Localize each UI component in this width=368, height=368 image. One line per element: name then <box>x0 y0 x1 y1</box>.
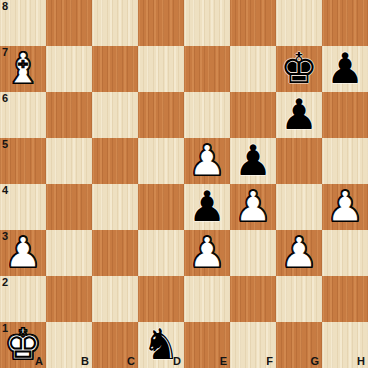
square-g8[interactable] <box>276 0 322 46</box>
square-h1[interactable]: H <box>322 322 368 368</box>
square-e2[interactable] <box>184 276 230 322</box>
square-a2[interactable]: 2 <box>0 276 46 322</box>
square-c8[interactable] <box>92 0 138 46</box>
black-pawn[interactable]: ♟ <box>188 184 226 230</box>
square-g2[interactable] <box>276 276 322 322</box>
white-pawn[interactable]: ♟ <box>234 184 272 230</box>
square-g3[interactable]: ♟ <box>276 230 322 276</box>
square-e6[interactable] <box>184 92 230 138</box>
black-pawn[interactable]: ♟ <box>326 46 364 92</box>
square-d3[interactable] <box>138 230 184 276</box>
file-label-f: F <box>266 355 273 368</box>
square-c5[interactable] <box>92 138 138 184</box>
rank-label-2: 2 <box>2 276 8 289</box>
square-h5[interactable] <box>322 138 368 184</box>
square-d5[interactable] <box>138 138 184 184</box>
square-e5[interactable]: ♟ <box>184 138 230 184</box>
square-b2[interactable] <box>46 276 92 322</box>
square-f7[interactable] <box>230 46 276 92</box>
white-pawn[interactable]: ♟ <box>280 230 318 276</box>
square-a6[interactable]: 6 <box>0 92 46 138</box>
square-g7[interactable]: ♚ <box>276 46 322 92</box>
rank-label-6: 6 <box>2 92 8 105</box>
square-f3[interactable] <box>230 230 276 276</box>
square-a7[interactable]: 7♝ <box>0 46 46 92</box>
file-label-e: E <box>220 355 227 368</box>
square-d8[interactable] <box>138 0 184 46</box>
square-b8[interactable] <box>46 0 92 46</box>
square-f8[interactable] <box>230 0 276 46</box>
square-h8[interactable] <box>322 0 368 46</box>
file-label-b: B <box>81 355 89 368</box>
square-e1[interactable]: E <box>184 322 230 368</box>
square-d2[interactable] <box>138 276 184 322</box>
square-c7[interactable] <box>92 46 138 92</box>
chess-board: 87♝♚♟6♟5♟♟4♟♟♟3♟♟♟21A♚BCD♞EFGH <box>0 0 368 368</box>
square-g6[interactable]: ♟ <box>276 92 322 138</box>
white-pawn[interactable]: ♟ <box>4 230 42 276</box>
square-f2[interactable] <box>230 276 276 322</box>
black-knight[interactable]: ♞ <box>142 322 180 368</box>
white-pawn[interactable]: ♟ <box>188 138 226 184</box>
square-e8[interactable] <box>184 0 230 46</box>
white-pawn[interactable]: ♟ <box>326 184 364 230</box>
rank-label-4: 4 <box>2 184 8 197</box>
square-d1[interactable]: D♞ <box>138 322 184 368</box>
square-h7[interactable]: ♟ <box>322 46 368 92</box>
square-b7[interactable] <box>46 46 92 92</box>
white-pawn[interactable]: ♟ <box>188 230 226 276</box>
file-label-g: G <box>310 355 319 368</box>
square-c3[interactable] <box>92 230 138 276</box>
square-a4[interactable]: 4 <box>0 184 46 230</box>
square-a8[interactable]: 8 <box>0 0 46 46</box>
square-d4[interactable] <box>138 184 184 230</box>
rank-label-8: 8 <box>2 0 8 13</box>
square-b1[interactable]: B <box>46 322 92 368</box>
square-h4[interactable]: ♟ <box>322 184 368 230</box>
square-g1[interactable]: G <box>276 322 322 368</box>
square-f6[interactable] <box>230 92 276 138</box>
square-b6[interactable] <box>46 92 92 138</box>
square-g4[interactable] <box>276 184 322 230</box>
black-pawn[interactable]: ♟ <box>280 92 318 138</box>
file-label-h: H <box>357 355 365 368</box>
square-f4[interactable]: ♟ <box>230 184 276 230</box>
square-c2[interactable] <box>92 276 138 322</box>
square-b4[interactable] <box>46 184 92 230</box>
white-king[interactable]: ♚ <box>4 322 42 368</box>
square-c4[interactable] <box>92 184 138 230</box>
square-h6[interactable] <box>322 92 368 138</box>
rank-label-5: 5 <box>2 138 8 151</box>
square-f5[interactable]: ♟ <box>230 138 276 184</box>
square-d7[interactable] <box>138 46 184 92</box>
square-a3[interactable]: 3♟ <box>0 230 46 276</box>
square-b5[interactable] <box>46 138 92 184</box>
square-c6[interactable] <box>92 92 138 138</box>
square-f1[interactable]: F <box>230 322 276 368</box>
square-h3[interactable] <box>322 230 368 276</box>
white-bishop[interactable]: ♝ <box>4 46 42 92</box>
square-a1[interactable]: 1A♚ <box>0 322 46 368</box>
square-e7[interactable] <box>184 46 230 92</box>
square-d6[interactable] <box>138 92 184 138</box>
square-h2[interactable] <box>322 276 368 322</box>
file-label-c: C <box>127 355 135 368</box>
square-e4[interactable]: ♟ <box>184 184 230 230</box>
square-c1[interactable]: C <box>92 322 138 368</box>
black-king[interactable]: ♚ <box>280 46 318 92</box>
square-a5[interactable]: 5 <box>0 138 46 184</box>
square-b3[interactable] <box>46 230 92 276</box>
square-e3[interactable]: ♟ <box>184 230 230 276</box>
black-pawn[interactable]: ♟ <box>234 138 272 184</box>
square-g5[interactable] <box>276 138 322 184</box>
